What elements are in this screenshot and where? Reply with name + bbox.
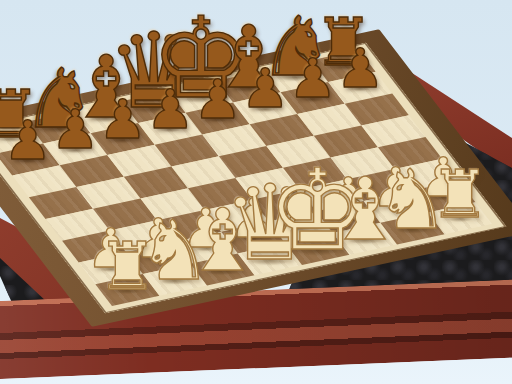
pawn-glyph: ♟: [241, 62, 289, 116]
black-pawn-a7[interactable]: ♟: [3, 114, 51, 168]
black-pawn-h7[interactable]: ♟: [336, 42, 384, 96]
black-pawn-b7[interactable]: ♟: [51, 103, 99, 157]
pieces-layer: ♜♞♝♛♚♝♞♜♟♟♟♟♟♟♟♟♟♟♟♟♟♟♟♟♜♞♝♛♚♝♞♜: [0, 0, 512, 384]
pawn-glyph: ♟: [51, 103, 99, 157]
black-pawn-d7[interactable]: ♟: [146, 83, 194, 137]
pawn-glyph: ♟: [3, 114, 51, 168]
rook-glyph: ♜: [430, 162, 489, 228]
pawn-glyph: ♟: [146, 83, 194, 137]
pawn-glyph: ♟: [336, 42, 384, 96]
black-pawn-c7[interactable]: ♟: [98, 93, 146, 147]
white-rook-h1[interactable]: ♜: [430, 162, 489, 228]
pawn-glyph: ♟: [193, 73, 241, 127]
black-pawn-g7[interactable]: ♟: [288, 52, 336, 106]
black-pawn-e7[interactable]: ♟: [193, 73, 241, 127]
chess-set-photo: ♜♞♝♛♚♝♞♜♟♟♟♟♟♟♟♟♟♟♟♟♟♟♟♟♜♞♝♛♚♝♞♜: [0, 0, 512, 384]
black-pawn-f7[interactable]: ♟: [241, 62, 289, 116]
pawn-glyph: ♟: [288, 52, 336, 106]
pawn-glyph: ♟: [98, 93, 146, 147]
